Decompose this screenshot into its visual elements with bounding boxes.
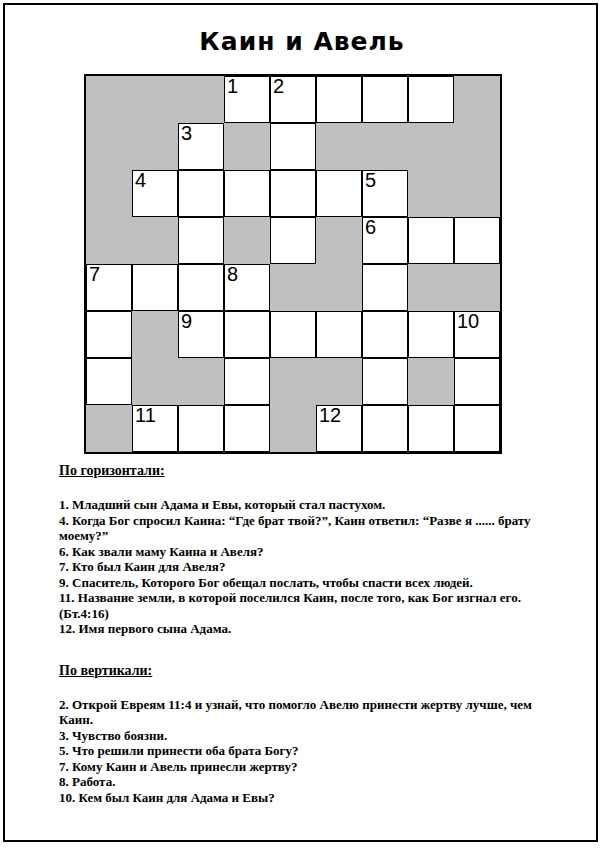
letter-cell[interactable] [408,311,454,358]
letter-cell[interactable]: 8 [224,264,270,311]
letter-cell[interactable]: 3 [178,123,224,170]
cell-number: 7 [89,264,100,284]
clue-down-7: 7. Кому Каин и Авель принесли жертву? [59,759,555,775]
letter-cell[interactable] [270,311,316,358]
across-clue-list: 1. Младший сын Адама и Евы, который стал… [59,497,555,637]
blocked-cell [86,76,132,123]
clue-across-7: 7. Кто был Каин для Авеля? [59,559,555,575]
clue-across-12: 12. Имя первого сына Адама. [59,621,555,637]
blocked-cell [86,170,132,217]
blocked-cell [224,217,270,264]
blocked-cell [454,170,500,217]
clue-across-9: 9. Спаситель, Которого Бог обещал послат… [59,575,555,591]
blocked-cell [132,217,178,264]
cell-number: 6 [365,217,376,237]
letter-cell[interactable]: 4 [132,170,178,217]
letter-cell[interactable]: 9 [178,311,224,358]
letter-cell[interactable]: 12 [316,405,362,452]
cell-number: 3 [181,123,192,143]
clue-down-3: 3. Чувство боязни. [59,728,555,744]
blocked-cell [86,123,132,170]
blocked-cell [454,264,500,311]
blocked-cell [408,358,454,405]
blocked-cell [132,311,178,358]
letter-cell[interactable]: 6 [362,217,408,264]
clue-across-1: 1. Младший сын Адама и Евы, который стал… [59,497,555,513]
letter-cell[interactable] [86,358,132,405]
clue-down-5: 5. Что решили принести оба брата Богу? [59,743,555,759]
letter-cell[interactable] [454,358,500,405]
puzzle-title: Каин и Авель [0,27,604,56]
letter-cell[interactable] [362,311,408,358]
cell-number: 11 [135,405,156,425]
blocked-cell [178,76,224,123]
letter-cell[interactable] [408,217,454,264]
blocked-cell [86,405,132,452]
letter-cell[interactable]: 5 [362,170,408,217]
letter-cell[interactable] [408,76,454,123]
cell-number: 10 [457,311,479,331]
cell-number: 4 [135,170,146,190]
letter-cell[interactable] [224,405,270,452]
blocked-cell [86,217,132,264]
across-heading: По горизонтали: [59,463,555,479]
blocked-cell [316,217,362,264]
letter-cell[interactable] [178,170,224,217]
letter-cell[interactable] [362,76,408,123]
letter-cell[interactable] [178,217,224,264]
letter-cell[interactable]: 10 [454,311,500,358]
blocked-cell [270,358,316,405]
down-clue-list: 2. Открой Евреям 11:4 и узнай, что помог… [59,697,555,806]
letter-cell[interactable] [316,311,362,358]
letter-cell[interactable] [454,405,500,452]
blocked-cell [316,123,362,170]
letter-cell[interactable] [362,405,408,452]
clues-panel: По горизонтали: 1. Младший сын Адама и Е… [59,463,555,805]
letter-cell[interactable] [270,217,316,264]
letter-cell[interactable] [362,264,408,311]
letter-cell[interactable] [270,123,316,170]
letter-cell[interactable] [454,217,500,264]
cell-number: 8 [227,264,238,284]
blocked-cell [408,264,454,311]
blocked-cell [270,405,316,452]
blocked-cell [316,358,362,405]
letter-cell[interactable]: 2 [270,76,316,123]
cell-number: 9 [181,311,192,331]
clue-across-6: 6. Как звали маму Каина и Авеля? [59,544,555,560]
cell-number: 1 [227,76,238,96]
blocked-cell [408,170,454,217]
letter-cell[interactable] [316,170,362,217]
letter-cell[interactable] [178,405,224,452]
letter-cell[interactable] [362,358,408,405]
letter-cell[interactable]: 7 [86,264,132,311]
cell-number: 5 [365,170,376,190]
letter-cell[interactable] [132,264,178,311]
blocked-cell [132,76,178,123]
clue-across-4: 4. Когда Бог спросил Каина: “Где брат тв… [59,513,555,544]
blocked-cell [270,264,316,311]
blocked-cell [454,76,500,123]
letter-cell[interactable] [224,170,270,217]
blocked-cell [316,264,362,311]
blocked-cell [132,123,178,170]
letter-cell[interactable] [316,76,362,123]
letter-cell[interactable]: 1 [224,76,270,123]
clue-across-11: 11. Название земли, в которой поселился … [59,590,555,621]
blocked-cell [178,358,224,405]
clue-down-8: 8. Работа. [59,774,555,790]
letter-cell[interactable] [270,170,316,217]
blocked-cell [454,123,500,170]
blocked-cell [132,358,178,405]
blocked-cell [224,123,270,170]
letter-cell[interactable] [224,358,270,405]
blocked-cell [408,123,454,170]
letter-cell[interactable]: 11 [132,405,178,452]
letter-cell[interactable] [224,311,270,358]
letter-cell[interactable] [86,311,132,358]
crossword-grid: 123456789101112 [84,74,502,454]
blocked-cell [362,123,408,170]
letter-cell[interactable] [408,405,454,452]
down-heading: По вертикали: [59,663,555,679]
clue-down-10: 10. Кем был Каин для Адама и Евы? [59,790,555,806]
letter-cell[interactable] [178,264,224,311]
cell-number: 12 [319,405,341,425]
cell-number: 2 [273,76,284,96]
clue-down-2: 2. Открой Евреям 11:4 и узнай, что помог… [59,697,555,728]
